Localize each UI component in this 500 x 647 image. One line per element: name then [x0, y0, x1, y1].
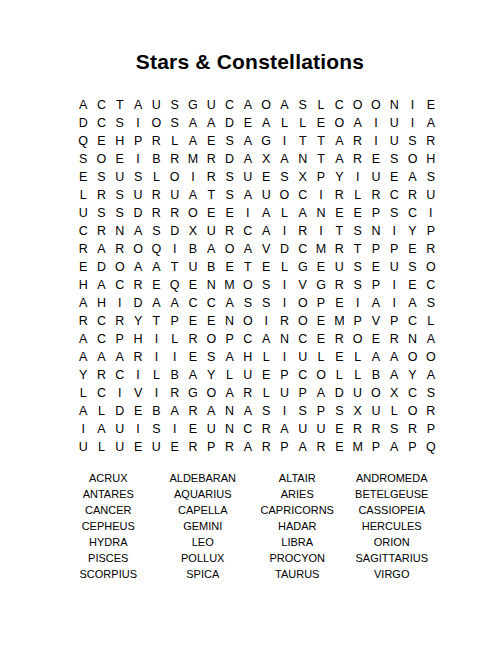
grid-cell-r10c14[interactable]: E — [312, 258, 330, 276]
grid-cell-r20c13[interactable]: A — [294, 438, 312, 456]
grid-cell-r5c4[interactable]: S — [129, 168, 147, 186]
grid-cell-r13c10[interactable]: O — [239, 312, 257, 330]
grid-cell-r14c8[interactable]: O — [202, 330, 220, 348]
grid-cell-r7c5[interactable]: R — [147, 204, 165, 222]
grid-cell-r20c20[interactable]: Q — [422, 438, 440, 456]
grid-cell-r20c17[interactable]: P — [367, 438, 385, 456]
grid-cell-r12c7[interactable]: C — [184, 294, 202, 312]
grid-cell-r20c3[interactable]: U — [111, 438, 129, 456]
grid-cell-r5c20[interactable]: S — [422, 168, 440, 186]
grid-cell-r13c17[interactable]: V — [367, 312, 385, 330]
grid-cell-r9c17[interactable]: P — [367, 240, 385, 258]
grid-cell-r11c15[interactable]: R — [330, 276, 348, 294]
grid-cell-r9c20[interactable]: R — [422, 240, 440, 258]
grid-cell-r18c16[interactable]: X — [348, 402, 366, 420]
grid-cell-r7c4[interactable]: D — [129, 204, 147, 222]
grid-cell-r7c8[interactable]: E — [202, 204, 220, 222]
grid-cell-r9c12[interactable]: D — [275, 240, 293, 258]
grid-cell-r12c20[interactable]: S — [422, 294, 440, 312]
grid-cell-r6c10[interactable]: A — [239, 186, 257, 204]
grid-cell-r6c14[interactable]: I — [312, 186, 330, 204]
grid-cell-r3c18[interactable]: U — [385, 132, 403, 150]
grid-cell-r15c13[interactable]: U — [294, 348, 312, 366]
grid-cell-r15c16[interactable]: L — [348, 348, 366, 366]
grid-cell-r2c5[interactable]: O — [147, 114, 165, 132]
grid-cell-r8c11[interactable]: A — [257, 222, 275, 240]
grid-cell-r2c11[interactable]: A — [257, 114, 275, 132]
grid-cell-r3c7[interactable]: A — [184, 132, 202, 150]
grid-cell-r16c9[interactable]: L — [220, 366, 238, 384]
grid-cell-r17c14[interactable]: A — [312, 384, 330, 402]
grid-cell-r19c1[interactable]: I — [74, 420, 92, 438]
grid-cell-r8c4[interactable]: A — [129, 222, 147, 240]
grid-cell-r18c10[interactable]: A — [239, 402, 257, 420]
grid-cell-r5c16[interactable]: I — [348, 168, 366, 186]
grid-cell-r3c15[interactable]: A — [330, 132, 348, 150]
grid-cell-r15c8[interactable]: S — [202, 348, 220, 366]
grid-cell-r20c10[interactable]: A — [239, 438, 257, 456]
grid-cell-r13c11[interactable]: I — [257, 312, 275, 330]
grid-cell-r5c3[interactable]: U — [111, 168, 129, 186]
grid-cell-r10c20[interactable]: O — [422, 258, 440, 276]
grid-cell-r14c6[interactable]: L — [166, 330, 184, 348]
grid-cell-r10c15[interactable]: U — [330, 258, 348, 276]
grid-cell-r8c7[interactable]: X — [184, 222, 202, 240]
grid-cell-r1c2[interactable]: C — [92, 96, 110, 114]
grid-cell-r15c3[interactable]: A — [111, 348, 129, 366]
grid-cell-r15c4[interactable]: R — [129, 348, 147, 366]
grid-cell-r9c2[interactable]: A — [92, 240, 110, 258]
grid-cell-r11c14[interactable]: G — [312, 276, 330, 294]
grid-cell-r14c14[interactable]: E — [312, 330, 330, 348]
grid-cell-r19c14[interactable]: U — [312, 420, 330, 438]
grid-cell-r8c14[interactable]: I — [312, 222, 330, 240]
grid-cell-r10c10[interactable]: T — [239, 258, 257, 276]
grid-cell-r12c18[interactable]: I — [385, 294, 403, 312]
grid-cell-r6c16[interactable]: L — [348, 186, 366, 204]
grid-cell-r7c3[interactable]: S — [111, 204, 129, 222]
grid-cell-r16c8[interactable]: Y — [202, 366, 220, 384]
grid-cell-r15c7[interactable]: E — [184, 348, 202, 366]
grid-cell-r18c17[interactable]: U — [367, 402, 385, 420]
grid-cell-r6c6[interactable]: U — [166, 186, 184, 204]
grid-cell-r15c15[interactable]: E — [330, 348, 348, 366]
grid-cell-r14c3[interactable]: P — [111, 330, 129, 348]
grid-cell-r4c10[interactable]: A — [239, 150, 257, 168]
grid-cell-r15c1[interactable]: A — [74, 348, 92, 366]
grid-cell-r20c1[interactable]: U — [74, 438, 92, 456]
grid-cell-r20c2[interactable]: L — [92, 438, 110, 456]
grid-cell-r12c3[interactable]: I — [111, 294, 129, 312]
grid-cell-r20c18[interactable]: A — [385, 438, 403, 456]
grid-cell-r5c2[interactable]: S — [92, 168, 110, 186]
grid-cell-r5c1[interactable]: E — [74, 168, 92, 186]
grid-cell-r3c5[interactable]: R — [147, 132, 165, 150]
grid-cell-r9c18[interactable]: P — [385, 240, 403, 258]
grid-cell-r16c19[interactable]: Y — [403, 366, 421, 384]
grid-cell-r15c9[interactable]: A — [220, 348, 238, 366]
grid-cell-r7c2[interactable]: S — [92, 204, 110, 222]
grid-cell-r9c19[interactable]: E — [403, 240, 421, 258]
grid-cell-r15c14[interactable]: L — [312, 348, 330, 366]
grid-cell-r5c5[interactable]: L — [147, 168, 165, 186]
grid-cell-r13c5[interactable]: T — [147, 312, 165, 330]
grid-cell-r10c6[interactable]: T — [166, 258, 184, 276]
grid-cell-r15c18[interactable]: A — [385, 348, 403, 366]
grid-cell-r4c3[interactable]: E — [111, 150, 129, 168]
grid-cell-r19c19[interactable]: R — [403, 420, 421, 438]
grid-cell-r20c11[interactable]: R — [257, 438, 275, 456]
grid-cell-r11c5[interactable]: E — [147, 276, 165, 294]
grid-cell-r7c19[interactable]: C — [403, 204, 421, 222]
grid-cell-r18c13[interactable]: S — [294, 402, 312, 420]
grid-cell-r4c16[interactable]: R — [348, 150, 366, 168]
grid-cell-r7c13[interactable]: A — [294, 204, 312, 222]
grid-cell-r11c1[interactable]: H — [74, 276, 92, 294]
grid-cell-r6c19[interactable]: R — [403, 186, 421, 204]
grid-cell-r11c12[interactable]: I — [275, 276, 293, 294]
grid-cell-r8c19[interactable]: Y — [403, 222, 421, 240]
grid-cell-r1c16[interactable]: O — [348, 96, 366, 114]
grid-cell-r13c1[interactable]: R — [74, 312, 92, 330]
grid-cell-r13c13[interactable]: O — [294, 312, 312, 330]
grid-cell-r8c3[interactable]: N — [111, 222, 129, 240]
grid-cell-r4c8[interactable]: R — [202, 150, 220, 168]
grid-cell-r7c20[interactable]: I — [422, 204, 440, 222]
grid-cell-r14c13[interactable]: C — [294, 330, 312, 348]
grid-cell-r6c20[interactable]: U — [422, 186, 440, 204]
grid-cell-r12c17[interactable]: A — [367, 294, 385, 312]
grid-cell-r3c14[interactable]: T — [312, 132, 330, 150]
grid-cell-r1c6[interactable]: S — [166, 96, 184, 114]
grid-cell-r15c20[interactable]: O — [422, 348, 440, 366]
grid-cell-r4c6[interactable]: R — [166, 150, 184, 168]
grid-cell-r6c18[interactable]: C — [385, 186, 403, 204]
grid-cell-r2c7[interactable]: A — [184, 114, 202, 132]
grid-cell-r12c12[interactable]: I — [275, 294, 293, 312]
grid-cell-r5c19[interactable]: A — [403, 168, 421, 186]
grid-cell-r16c16[interactable]: L — [348, 366, 366, 384]
grid-cell-r14c10[interactable]: C — [239, 330, 257, 348]
grid-cell-r2c18[interactable]: U — [385, 114, 403, 132]
grid-cell-r19c15[interactable]: E — [330, 420, 348, 438]
grid-cell-r13c16[interactable]: P — [348, 312, 366, 330]
grid-cell-r16c3[interactable]: C — [111, 366, 129, 384]
grid-cell-r20c5[interactable]: U — [147, 438, 165, 456]
grid-cell-r5c18[interactable]: E — [385, 168, 403, 186]
grid-cell-r20c7[interactable]: R — [184, 438, 202, 456]
grid-cell-r10c17[interactable]: E — [367, 258, 385, 276]
grid-cell-r18c14[interactable]: P — [312, 402, 330, 420]
grid-cell-r11c18[interactable]: I — [385, 276, 403, 294]
grid-cell-r15c6[interactable]: I — [166, 348, 184, 366]
grid-cell-r7c1[interactable]: U — [74, 204, 92, 222]
grid-cell-r4c2[interactable]: O — [92, 150, 110, 168]
grid-cell-r17c18[interactable]: X — [385, 384, 403, 402]
grid-cell-r9c11[interactable]: V — [257, 240, 275, 258]
grid-cell-r11c10[interactable]: O — [239, 276, 257, 294]
grid-cell-r18c9[interactable]: N — [220, 402, 238, 420]
grid-cell-r13c4[interactable]: Y — [129, 312, 147, 330]
grid-cell-r1c18[interactable]: N — [385, 96, 403, 114]
grid-cell-r10c1[interactable]: E — [74, 258, 92, 276]
grid-cell-r19c7[interactable]: E — [184, 420, 202, 438]
grid-cell-r2c20[interactable]: A — [422, 114, 440, 132]
grid-cell-r10c4[interactable]: A — [129, 258, 147, 276]
grid-cell-r16c18[interactable]: A — [385, 366, 403, 384]
grid-cell-r12c19[interactable]: A — [403, 294, 421, 312]
grid-cell-r13c12[interactable]: R — [275, 312, 293, 330]
grid-cell-r4c1[interactable]: S — [74, 150, 92, 168]
grid-cell-r14c11[interactable]: A — [257, 330, 275, 348]
grid-cell-r12c1[interactable]: A — [74, 294, 92, 312]
grid-cell-r6c8[interactable]: T — [202, 186, 220, 204]
grid-cell-r14c18[interactable]: R — [385, 330, 403, 348]
grid-cell-r3c4[interactable]: P — [129, 132, 147, 150]
grid-cell-r1c10[interactable]: A — [239, 96, 257, 114]
grid-cell-r11c7[interactable]: E — [184, 276, 202, 294]
grid-cell-r10c11[interactable]: E — [257, 258, 275, 276]
grid-cell-r8c15[interactable]: T — [330, 222, 348, 240]
grid-cell-r7c14[interactable]: N — [312, 204, 330, 222]
grid-cell-r18c3[interactable]: D — [111, 402, 129, 420]
grid-cell-r2c1[interactable]: D — [74, 114, 92, 132]
grid-cell-r11c20[interactable]: C — [422, 276, 440, 294]
grid-cell-r2c12[interactable]: L — [275, 114, 293, 132]
grid-cell-r19c2[interactable]: A — [92, 420, 110, 438]
grid-cell-r11c9[interactable]: M — [220, 276, 238, 294]
grid-cell-r17c6[interactable]: R — [166, 384, 184, 402]
grid-cell-r7c10[interactable]: I — [239, 204, 257, 222]
grid-cell-r12c14[interactable]: P — [312, 294, 330, 312]
grid-cell-r18c1[interactable]: A — [74, 402, 92, 420]
grid-cell-r11c2[interactable]: A — [92, 276, 110, 294]
grid-cell-r8c2[interactable]: R — [92, 222, 110, 240]
grid-cell-r7c17[interactable]: P — [367, 204, 385, 222]
grid-cell-r19c8[interactable]: U — [202, 420, 220, 438]
grid-cell-r12c8[interactable]: C — [202, 294, 220, 312]
grid-cell-r15c11[interactable]: L — [257, 348, 275, 366]
grid-cell-r4c17[interactable]: E — [367, 150, 385, 168]
grid-cell-r15c10[interactable]: H — [239, 348, 257, 366]
grid-cell-r4c14[interactable]: T — [312, 150, 330, 168]
grid-cell-r13c9[interactable]: N — [220, 312, 238, 330]
grid-cell-r4c18[interactable]: S — [385, 150, 403, 168]
grid-cell-r16c1[interactable]: Y — [74, 366, 92, 384]
grid-cell-r9c9[interactable]: O — [220, 240, 238, 258]
grid-cell-r18c20[interactable]: R — [422, 402, 440, 420]
grid-cell-r6c3[interactable]: S — [111, 186, 129, 204]
grid-cell-r17c19[interactable]: C — [403, 384, 421, 402]
grid-cell-r20c8[interactable]: P — [202, 438, 220, 456]
grid-cell-r6c2[interactable]: R — [92, 186, 110, 204]
grid-cell-r3c1[interactable]: Q — [74, 132, 92, 150]
grid-cell-r3c8[interactable]: E — [202, 132, 220, 150]
grid-cell-r3c11[interactable]: G — [257, 132, 275, 150]
grid-cell-r9c16[interactable]: T — [348, 240, 366, 258]
grid-cell-r20c14[interactable]: R — [312, 438, 330, 456]
grid-cell-r15c2[interactable]: A — [92, 348, 110, 366]
grid-cell-r15c12[interactable]: I — [275, 348, 293, 366]
grid-cell-r3c10[interactable]: A — [239, 132, 257, 150]
grid-cell-r20c9[interactable]: R — [220, 438, 238, 456]
grid-cell-r17c17[interactable]: O — [367, 384, 385, 402]
grid-cell-r5c6[interactable]: O — [166, 168, 184, 186]
grid-cell-r2c9[interactable]: D — [220, 114, 238, 132]
grid-cell-r12c4[interactable]: D — [129, 294, 147, 312]
grid-cell-r1c8[interactable]: U — [202, 96, 220, 114]
grid-cell-r2c16[interactable]: A — [348, 114, 366, 132]
grid-cell-r3c12[interactable]: I — [275, 132, 293, 150]
grid-cell-r9c13[interactable]: C — [294, 240, 312, 258]
grid-cell-r19c12[interactable]: A — [275, 420, 293, 438]
grid-cell-r5c13[interactable]: X — [294, 168, 312, 186]
grid-cell-r2c2[interactable]: C — [92, 114, 110, 132]
grid-cell-r9c14[interactable]: M — [312, 240, 330, 258]
grid-cell-r6c9[interactable]: S — [220, 186, 238, 204]
grid-cell-r16c12[interactable]: P — [275, 366, 293, 384]
grid-cell-r5c10[interactable]: U — [239, 168, 257, 186]
grid-cell-r12c6[interactable]: A — [166, 294, 184, 312]
grid-cell-r2c4[interactable]: I — [129, 114, 147, 132]
grid-cell-r4c19[interactable]: O — [403, 150, 421, 168]
grid-cell-r12c15[interactable]: E — [330, 294, 348, 312]
grid-cell-r6c12[interactable]: O — [275, 186, 293, 204]
grid-cell-r19c17[interactable]: R — [367, 420, 385, 438]
grid-cell-r8c18[interactable]: I — [385, 222, 403, 240]
grid-cell-r10c19[interactable]: S — [403, 258, 421, 276]
grid-cell-r11c19[interactable]: E — [403, 276, 421, 294]
grid-cell-r14c17[interactable]: E — [367, 330, 385, 348]
grid-cell-r2c14[interactable]: E — [312, 114, 330, 132]
grid-cell-r10c5[interactable]: A — [147, 258, 165, 276]
grid-cell-r10c12[interactable]: L — [275, 258, 293, 276]
grid-cell-r6c13[interactable]: C — [294, 186, 312, 204]
grid-cell-r5c11[interactable]: E — [257, 168, 275, 186]
grid-cell-r13c3[interactable]: R — [111, 312, 129, 330]
grid-cell-r10c8[interactable]: B — [202, 258, 220, 276]
grid-cell-r8c9[interactable]: R — [220, 222, 238, 240]
grid-cell-r19c5[interactable]: S — [147, 420, 165, 438]
grid-cell-r14c7[interactable]: R — [184, 330, 202, 348]
grid-cell-r17c13[interactable]: P — [294, 384, 312, 402]
grid-cell-r3c2[interactable]: E — [92, 132, 110, 150]
grid-cell-r12c2[interactable]: H — [92, 294, 110, 312]
grid-cell-r13c2[interactable]: C — [92, 312, 110, 330]
grid-cell-r16c13[interactable]: C — [294, 366, 312, 384]
grid-cell-r8c13[interactable]: R — [294, 222, 312, 240]
grid-cell-r2c6[interactable]: S — [166, 114, 184, 132]
grid-cell-r17c2[interactable]: C — [92, 384, 110, 402]
grid-cell-r16c11[interactable]: E — [257, 366, 275, 384]
grid-cell-r8c10[interactable]: C — [239, 222, 257, 240]
grid-cell-r8c8[interactable]: U — [202, 222, 220, 240]
grid-cell-r9c6[interactable]: I — [166, 240, 184, 258]
grid-cell-r17c12[interactable]: U — [275, 384, 293, 402]
grid-cell-r17c5[interactable]: I — [147, 384, 165, 402]
grid-cell-r4c4[interactable]: I — [129, 150, 147, 168]
grid-cell-r17c4[interactable]: V — [129, 384, 147, 402]
grid-cell-r19c3[interactable]: U — [111, 420, 129, 438]
grid-cell-r18c15[interactable]: S — [330, 402, 348, 420]
grid-cell-r16c10[interactable]: U — [239, 366, 257, 384]
grid-cell-r1c7[interactable]: G — [184, 96, 202, 114]
grid-cell-r4c20[interactable]: H — [422, 150, 440, 168]
grid-cell-r13c15[interactable]: M — [330, 312, 348, 330]
grid-cell-r10c16[interactable]: S — [348, 258, 366, 276]
grid-cell-r1c4[interactable]: A — [129, 96, 147, 114]
grid-cell-r6c15[interactable]: R — [330, 186, 348, 204]
grid-cell-r10c2[interactable]: D — [92, 258, 110, 276]
grid-cell-r19c13[interactable]: U — [294, 420, 312, 438]
grid-cell-r16c20[interactable]: A — [422, 366, 440, 384]
grid-cell-r18c11[interactable]: S — [257, 402, 275, 420]
grid-cell-r11c16[interactable]: S — [348, 276, 366, 294]
grid-cell-r18c5[interactable]: B — [147, 402, 165, 420]
grid-cell-r4c11[interactable]: X — [257, 150, 275, 168]
grid-cell-r5c17[interactable]: U — [367, 168, 385, 186]
grid-cell-r6c5[interactable]: R — [147, 186, 165, 204]
grid-cell-r16c4[interactable]: I — [129, 366, 147, 384]
grid-cell-r14c2[interactable]: C — [92, 330, 110, 348]
grid-cell-r14c15[interactable]: R — [330, 330, 348, 348]
grid-cell-r5c8[interactable]: R — [202, 168, 220, 186]
grid-cell-r2c10[interactable]: E — [239, 114, 257, 132]
grid-cell-r9c5[interactable]: Q — [147, 240, 165, 258]
grid-cell-r1c20[interactable]: E — [422, 96, 440, 114]
grid-cell-r13c18[interactable]: P — [385, 312, 403, 330]
grid-cell-r4c12[interactable]: A — [275, 150, 293, 168]
grid-cell-r17c15[interactable]: D — [330, 384, 348, 402]
grid-cell-r8c12[interactable]: I — [275, 222, 293, 240]
grid-cell-r13c14[interactable]: E — [312, 312, 330, 330]
grid-cell-r8c1[interactable]: C — [74, 222, 92, 240]
grid-cell-r3c17[interactable]: I — [367, 132, 385, 150]
grid-cell-r14c1[interactable]: A — [74, 330, 92, 348]
grid-cell-r2c3[interactable]: S — [111, 114, 129, 132]
grid-cell-r14c20[interactable]: A — [422, 330, 440, 348]
grid-cell-r19c10[interactable]: C — [239, 420, 257, 438]
grid-cell-r17c20[interactable]: S — [422, 384, 440, 402]
grid-cell-r2c15[interactable]: O — [330, 114, 348, 132]
grid-cell-r19c16[interactable]: R — [348, 420, 366, 438]
grid-cell-r14c12[interactable]: N — [275, 330, 293, 348]
grid-cell-r14c9[interactable]: P — [220, 330, 238, 348]
grid-cell-r7c16[interactable]: E — [348, 204, 366, 222]
grid-cell-r9c15[interactable]: R — [330, 240, 348, 258]
grid-cell-r6c11[interactable]: U — [257, 186, 275, 204]
grid-cell-r13c19[interactable]: C — [403, 312, 421, 330]
grid-cell-r3c6[interactable]: L — [166, 132, 184, 150]
grid-cell-r7c12[interactable]: L — [275, 204, 293, 222]
grid-cell-r3c16[interactable]: R — [348, 132, 366, 150]
grid-cell-r18c4[interactable]: E — [129, 402, 147, 420]
grid-cell-r1c17[interactable]: O — [367, 96, 385, 114]
grid-cell-r8c17[interactable]: N — [367, 222, 385, 240]
grid-cell-r8c16[interactable]: S — [348, 222, 366, 240]
grid-cell-r17c7[interactable]: G — [184, 384, 202, 402]
grid-cell-r9c7[interactable]: B — [184, 240, 202, 258]
grid-cell-r18c18[interactable]: L — [385, 402, 403, 420]
grid-cell-r4c13[interactable]: N — [294, 150, 312, 168]
grid-cell-r15c17[interactable]: A — [367, 348, 385, 366]
grid-cell-r2c17[interactable]: I — [367, 114, 385, 132]
grid-cell-r17c10[interactable]: R — [239, 384, 257, 402]
grid-cell-r11c13[interactable]: V — [294, 276, 312, 294]
grid-cell-r3c13[interactable]: T — [294, 132, 312, 150]
grid-cell-r16c7[interactable]: A — [184, 366, 202, 384]
grid-cell-r16c15[interactable]: L — [330, 366, 348, 384]
